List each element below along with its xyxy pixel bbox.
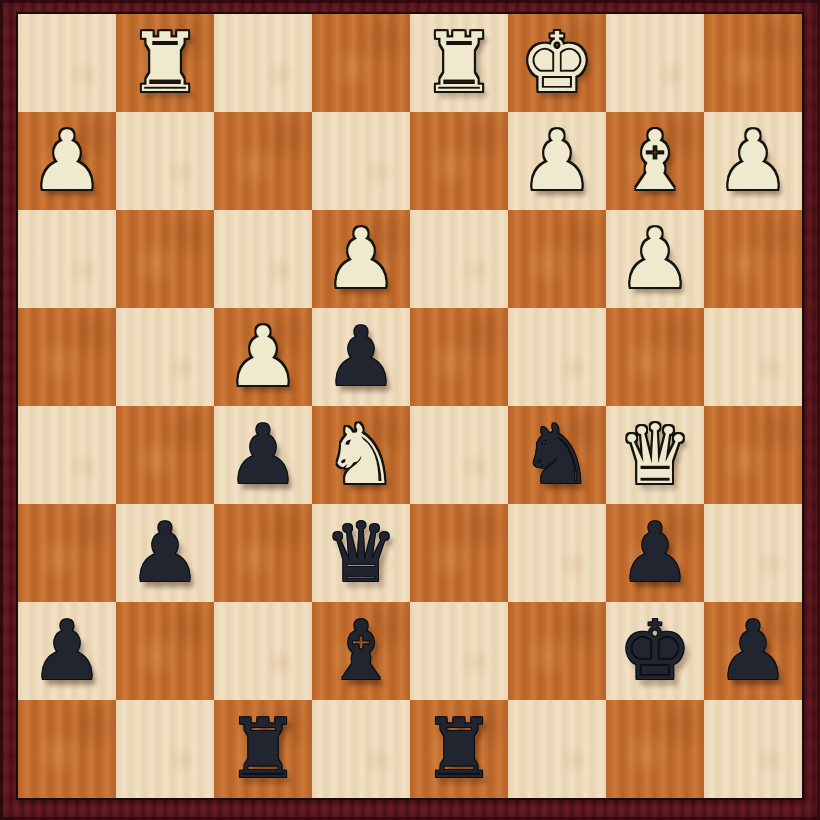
square-d7[interactable] (312, 112, 410, 210)
square-g8[interactable] (606, 14, 704, 112)
square-f8[interactable]: ♚ (508, 14, 606, 112)
square-f7[interactable]: ♟ (508, 112, 606, 210)
white-bishop[interactable]: ♝ (618, 112, 692, 210)
square-a4[interactable] (18, 406, 116, 504)
square-h8[interactable] (704, 14, 802, 112)
black-rook[interactable]: ♜ (226, 700, 300, 798)
white-pawn[interactable]: ♟ (30, 112, 104, 210)
black-pawn[interactable]: ♟ (128, 504, 202, 602)
white-pawn[interactable]: ♟ (716, 112, 790, 210)
square-g3[interactable]: ♟ (606, 504, 704, 602)
square-e1[interactable]: ♜ (410, 700, 508, 798)
square-f3[interactable] (508, 504, 606, 602)
square-f1[interactable] (508, 700, 606, 798)
square-h1[interactable] (704, 700, 802, 798)
square-e4[interactable] (410, 406, 508, 504)
black-queen[interactable]: ♛ (324, 504, 398, 602)
square-b8[interactable]: ♜ (116, 14, 214, 112)
black-pawn[interactable]: ♟ (324, 308, 398, 406)
square-b4[interactable] (116, 406, 214, 504)
white-rook[interactable]: ♜ (128, 14, 202, 112)
square-c2[interactable] (214, 602, 312, 700)
black-pawn[interactable]: ♟ (30, 602, 104, 700)
white-pawn[interactable]: ♟ (324, 210, 398, 308)
square-a5[interactable] (18, 308, 116, 406)
square-d5[interactable]: ♟ (312, 308, 410, 406)
black-rook[interactable]: ♜ (422, 700, 496, 798)
square-c7[interactable] (214, 112, 312, 210)
square-g7[interactable]: ♝ (606, 112, 704, 210)
white-rook[interactable]: ♜ (422, 14, 496, 112)
black-pawn[interactable]: ♟ (618, 504, 692, 602)
square-d2[interactable]: ♝ (312, 602, 410, 700)
square-h7[interactable]: ♟ (704, 112, 802, 210)
square-a2[interactable]: ♟ (18, 602, 116, 700)
square-b1[interactable] (116, 700, 214, 798)
square-c6[interactable] (214, 210, 312, 308)
square-e7[interactable] (410, 112, 508, 210)
black-knight[interactable]: ♞ (520, 406, 594, 504)
white-pawn[interactable]: ♟ (520, 112, 594, 210)
black-bishop[interactable]: ♝ (324, 602, 398, 700)
square-e2[interactable] (410, 602, 508, 700)
square-a8[interactable] (18, 14, 116, 112)
square-b6[interactable] (116, 210, 214, 308)
square-d1[interactable] (312, 700, 410, 798)
square-g5[interactable] (606, 308, 704, 406)
white-pawn[interactable]: ♟ (226, 308, 300, 406)
square-h4[interactable] (704, 406, 802, 504)
white-queen[interactable]: ♛ (618, 406, 692, 504)
square-f2[interactable] (508, 602, 606, 700)
square-b3[interactable]: ♟ (116, 504, 214, 602)
square-c8[interactable] (214, 14, 312, 112)
square-f4[interactable]: ♞ (508, 406, 606, 504)
square-b7[interactable] (116, 112, 214, 210)
square-c3[interactable] (214, 504, 312, 602)
square-e5[interactable] (410, 308, 508, 406)
black-pawn[interactable]: ♟ (226, 406, 300, 504)
square-f6[interactable] (508, 210, 606, 308)
square-a7[interactable]: ♟ (18, 112, 116, 210)
square-g6[interactable]: ♟ (606, 210, 704, 308)
board-frame: ♜♜♚♟♟♝♟♟♟♟♟♟♞♞♛♟♛♟♟♝♚♟♜♜ (0, 0, 820, 820)
square-d3[interactable]: ♛ (312, 504, 410, 602)
square-h3[interactable] (704, 504, 802, 602)
square-d4[interactable]: ♞ (312, 406, 410, 504)
square-g1[interactable] (606, 700, 704, 798)
square-b5[interactable] (116, 308, 214, 406)
square-g4[interactable]: ♛ (606, 406, 704, 504)
square-a6[interactable] (18, 210, 116, 308)
white-knight[interactable]: ♞ (324, 406, 398, 504)
square-h2[interactable]: ♟ (704, 602, 802, 700)
square-c4[interactable]: ♟ (214, 406, 312, 504)
square-d8[interactable] (312, 14, 410, 112)
white-king[interactable]: ♚ (520, 14, 594, 112)
square-e6[interactable] (410, 210, 508, 308)
square-g2[interactable]: ♚ (606, 602, 704, 700)
white-pawn[interactable]: ♟ (618, 210, 692, 308)
square-a3[interactable] (18, 504, 116, 602)
square-b2[interactable] (116, 602, 214, 700)
square-e3[interactable] (410, 504, 508, 602)
square-h6[interactable] (704, 210, 802, 308)
square-f5[interactable] (508, 308, 606, 406)
chess-board: ♜♜♚♟♟♝♟♟♟♟♟♟♞♞♛♟♛♟♟♝♚♟♜♜ (16, 12, 804, 800)
square-d6[interactable]: ♟ (312, 210, 410, 308)
square-h5[interactable] (704, 308, 802, 406)
black-pawn[interactable]: ♟ (716, 602, 790, 700)
black-king[interactable]: ♚ (618, 602, 692, 700)
square-a1[interactable] (18, 700, 116, 798)
square-e8[interactable]: ♜ (410, 14, 508, 112)
square-c1[interactable]: ♜ (214, 700, 312, 798)
square-c5[interactable]: ♟ (214, 308, 312, 406)
